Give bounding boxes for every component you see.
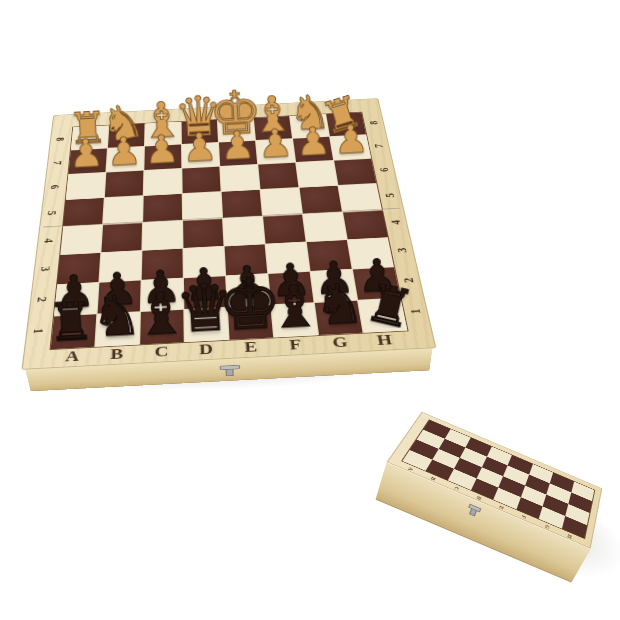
square-a1[interactable]: ♜ — [51, 314, 97, 349]
piece-light-pawn-e7[interactable]: ♟ — [219, 128, 256, 164]
square-d4[interactable] — [183, 218, 223, 247]
rank-label-6: 6 — [35, 181, 74, 194]
piece-light-pawn-b7[interactable]: ♟ — [106, 133, 143, 169]
square-h7[interactable]: ♟ — [330, 135, 371, 160]
piece-dark-rook-a1[interactable]: ♜ — [47, 297, 96, 346]
square-e4[interactable] — [223, 216, 264, 245]
square-g7[interactable]: ♟ — [293, 137, 333, 162]
piece-light-pawn-c7[interactable]: ♟ — [144, 132, 181, 168]
square-b7[interactable]: ♟ — [106, 147, 144, 172]
piece-light-pawn-f7[interactable]: ♟ — [257, 126, 294, 162]
square-f5[interactable] — [261, 188, 302, 216]
square-f7[interactable]: ♟ — [256, 139, 295, 164]
square-c6[interactable] — [144, 169, 182, 196]
file-label-e: E — [228, 338, 274, 358]
product-photo-stage: ♜♞♝♛♚♝♞♜♟♟♟♟♟♟♟♟♟♟♟♟♟♟♟♟♜♞♝♛♚♝♞♜ ABCDEFG… — [0, 0, 620, 620]
square-b6[interactable] — [105, 171, 144, 198]
square-f4[interactable] — [263, 214, 306, 243]
square-c5[interactable] — [143, 194, 182, 222]
clasp-pin — [469, 508, 477, 516]
square-g6[interactable] — [296, 161, 337, 187]
piece-light-pawn-d7[interactable]: ♟ — [182, 130, 219, 166]
square-h5[interactable] — [338, 184, 381, 212]
file-label-d: D — [184, 340, 229, 360]
board-clasp-latch — [219, 365, 240, 377]
square-g5[interactable] — [300, 186, 342, 214]
square-f6[interactable] — [258, 163, 298, 189]
piece-light-pawn-a7[interactable]: ♟ — [68, 135, 105, 171]
square-a7[interactable]: ♟ — [68, 148, 106, 173]
square-g1[interactable]: ♞ — [315, 301, 363, 335]
square-c4[interactable] — [142, 221, 182, 250]
square-b4[interactable] — [101, 223, 142, 253]
board-grid: ♜♞♝♛♚♝♞♜♟♟♟♟♟♟♟♟♟♟♟♟♟♟♟♟♜♞♝♛♚♝♞♜ — [50, 112, 409, 350]
square-b1[interactable]: ♞ — [95, 312, 139, 347]
board-scene: ♜♞♝♛♚♝♞♜♟♟♟♟♟♟♟♟♟♟♟♟♟♟♟♟♜♞♝♛♚♝♞♜ ABCDEFG… — [39, 35, 404, 400]
square-c7[interactable]: ♟ — [144, 145, 181, 170]
file-label-b: B — [94, 345, 139, 365]
file-label-f: F — [272, 335, 319, 355]
board-frame: ♜♞♝♛♚♝♞♜♟♟♟♟♟♟♟♟♟♟♟♟♟♟♟♟♜♞♝♛♚♝♞♜ ABCDEFG… — [21, 98, 436, 370]
piece-dark-knight-g1[interactable]: ♞ — [312, 279, 366, 332]
piece-light-pawn-g7[interactable]: ♟ — [295, 124, 332, 160]
chess-board: ♜♞♝♛♚♝♞♜♟♟♟♟♟♟♟♟♟♟♟♟♟♟♟♟♜♞♝♛♚♝♞♜ ABCDEFG… — [21, 98, 436, 370]
file-label-h: H — [361, 331, 409, 351]
square-b5[interactable] — [103, 196, 143, 224]
file-label-a: A — [49, 347, 95, 367]
piece-dark-king-e1[interactable]: ♚ — [216, 271, 283, 337]
square-a4[interactable] — [60, 225, 102, 255]
square-e6[interactable] — [220, 165, 259, 192]
file-label-c: C — [139, 342, 184, 362]
square-g4[interactable] — [303, 212, 347, 241]
square-d6[interactable] — [182, 167, 220, 194]
piece-light-pawn-h7[interactable]: ♟ — [333, 122, 370, 158]
square-e7[interactable]: ♟ — [219, 141, 257, 166]
folded-box-scene: ABCDEFGH — [397, 424, 605, 528]
clasp-pin — [226, 369, 234, 376]
piece-dark-knight-b1[interactable]: ♞ — [89, 291, 143, 344]
square-h1[interactable]: ♜ — [358, 298, 407, 332]
square-d5[interactable] — [183, 192, 222, 220]
folded-chess-box: ABCDEFGH — [387, 412, 603, 549]
file-label-g: G — [317, 333, 364, 353]
square-e1[interactable]: ♚ — [228, 305, 273, 340]
square-d7[interactable]: ♟ — [182, 143, 219, 168]
square-e5[interactable] — [222, 190, 262, 218]
